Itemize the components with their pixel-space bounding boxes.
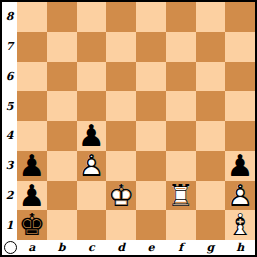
square-a5[interactable] xyxy=(17,91,47,121)
square-g7[interactable] xyxy=(196,32,226,62)
piece-white-pawn[interactable]: ♟♙ xyxy=(227,181,254,211)
file-label-d: d xyxy=(117,242,125,253)
file-label-g: g xyxy=(207,242,215,253)
square-c4[interactable]: ♟ xyxy=(77,121,107,151)
square-h7[interactable] xyxy=(225,32,255,62)
square-f3[interactable] xyxy=(166,151,196,181)
square-e6[interactable] xyxy=(136,62,166,92)
piece-black-pawn[interactable]: ♟ xyxy=(18,151,45,181)
file-label-e: e xyxy=(147,242,154,253)
chess-diagram: 87654321 ♟♟♟♙♟♟♚♔♜♖♟♙♚♝♗ abcdefgh xyxy=(0,0,257,257)
square-c3[interactable]: ♟♙ xyxy=(77,151,107,181)
square-g2[interactable] xyxy=(196,181,226,211)
white-to-move-indicator-icon xyxy=(4,241,17,254)
square-g1[interactable] xyxy=(196,210,226,240)
square-f1[interactable] xyxy=(166,210,196,240)
square-h5[interactable] xyxy=(225,91,255,121)
square-d1[interactable] xyxy=(106,210,136,240)
square-c1[interactable] xyxy=(77,210,107,240)
piece-white-bishop[interactable]: ♝♗ xyxy=(227,210,254,240)
chess-board[interactable]: ♟♟♟♙♟♟♚♔♜♖♟♙♚♝♗ xyxy=(17,2,255,240)
piece-black-king[interactable]: ♚ xyxy=(18,210,45,240)
square-a8[interactable] xyxy=(17,2,47,32)
square-b8[interactable] xyxy=(47,2,77,32)
square-d3[interactable] xyxy=(106,151,136,181)
square-f8[interactable] xyxy=(166,2,196,32)
square-a4[interactable] xyxy=(17,121,47,151)
square-d2[interactable]: ♚♔ xyxy=(106,181,136,211)
square-d6[interactable] xyxy=(106,62,136,92)
square-e1[interactable] xyxy=(136,210,166,240)
square-c5[interactable] xyxy=(77,91,107,121)
square-h2[interactable]: ♟♙ xyxy=(225,181,255,211)
piece-white-rook[interactable]: ♜♖ xyxy=(167,181,194,211)
square-h4[interactable] xyxy=(225,121,255,151)
square-a7[interactable] xyxy=(17,32,47,62)
file-labels: abcdefgh xyxy=(17,240,255,255)
square-f5[interactable] xyxy=(166,91,196,121)
file-label-c: c xyxy=(88,242,95,253)
file-label-a: a xyxy=(28,242,35,253)
rank-label-4: 4 xyxy=(6,130,14,141)
square-a3[interactable]: ♟ xyxy=(17,151,47,181)
square-c2[interactable] xyxy=(77,181,107,211)
square-e7[interactable] xyxy=(136,32,166,62)
rank-label-2: 2 xyxy=(6,190,14,201)
square-b4[interactable] xyxy=(47,121,77,151)
square-d7[interactable] xyxy=(106,32,136,62)
piece-black-pawn[interactable]: ♟ xyxy=(78,121,105,151)
square-g3[interactable] xyxy=(196,151,226,181)
file-label-f: f xyxy=(178,242,183,253)
square-h6[interactable] xyxy=(225,62,255,92)
square-g8[interactable] xyxy=(196,2,226,32)
square-c6[interactable] xyxy=(77,62,107,92)
square-c8[interactable] xyxy=(77,2,107,32)
bottom-strip: abcdefgh xyxy=(2,240,255,255)
rank-label-5: 5 xyxy=(6,101,14,112)
square-e3[interactable] xyxy=(136,151,166,181)
square-b1[interactable] xyxy=(47,210,77,240)
square-a6[interactable] xyxy=(17,62,47,92)
file-label-b: b xyxy=(58,242,66,253)
rank-label-7: 7 xyxy=(6,41,14,52)
rank-label-6: 6 xyxy=(6,71,14,82)
square-g4[interactable] xyxy=(196,121,226,151)
square-b2[interactable] xyxy=(47,181,77,211)
square-f4[interactable] xyxy=(166,121,196,151)
square-e4[interactable] xyxy=(136,121,166,151)
square-b3[interactable] xyxy=(47,151,77,181)
square-e8[interactable] xyxy=(136,2,166,32)
square-d5[interactable] xyxy=(106,91,136,121)
square-c7[interactable] xyxy=(77,32,107,62)
square-h3[interactable]: ♟ xyxy=(225,151,255,181)
square-h8[interactable] xyxy=(225,2,255,32)
rank-labels: 87654321 xyxy=(2,2,17,240)
square-d8[interactable] xyxy=(106,2,136,32)
square-a2[interactable]: ♟ xyxy=(17,181,47,211)
square-b5[interactable] xyxy=(47,91,77,121)
piece-black-pawn[interactable]: ♟ xyxy=(18,181,45,211)
piece-black-pawn[interactable]: ♟ xyxy=(227,151,254,181)
rank-label-1: 1 xyxy=(6,220,14,231)
square-e2[interactable] xyxy=(136,181,166,211)
square-d4[interactable] xyxy=(106,121,136,151)
square-g5[interactable] xyxy=(196,91,226,121)
rank-label-3: 3 xyxy=(6,160,14,171)
square-a1[interactable]: ♚ xyxy=(17,210,47,240)
rank-label-8: 8 xyxy=(6,11,14,22)
square-f6[interactable] xyxy=(166,62,196,92)
piece-white-pawn[interactable]: ♟♙ xyxy=(78,151,105,181)
square-g6[interactable] xyxy=(196,62,226,92)
square-f2[interactable]: ♜♖ xyxy=(166,181,196,211)
square-e5[interactable] xyxy=(136,91,166,121)
piece-white-king[interactable]: ♚♔ xyxy=(108,181,135,211)
square-b6[interactable] xyxy=(47,62,77,92)
square-f7[interactable] xyxy=(166,32,196,62)
square-h1[interactable]: ♝♗ xyxy=(225,210,255,240)
file-label-h: h xyxy=(236,242,244,253)
square-b7[interactable] xyxy=(47,32,77,62)
